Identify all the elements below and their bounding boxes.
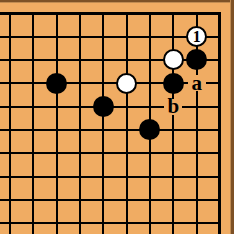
image-right-border (230, 0, 234, 234)
black-stone-r16 (163, 73, 184, 94)
white-stone-r17 (163, 49, 184, 70)
go-diagram: ab1 (0, 0, 234, 234)
grid-horizontal-line (0, 129, 221, 131)
image-top-border (0, 0, 234, 3)
white-stone-s18: 1 (186, 26, 207, 47)
move-number: 1 (193, 28, 201, 44)
black-stone-o15 (93, 96, 114, 117)
grid-horizontal-line (0, 222, 221, 224)
black-stone-m16 (46, 73, 67, 94)
go-board: ab1 (0, 0, 234, 234)
grid-horizontal-line (0, 12, 221, 15)
grid-horizontal-line (0, 152, 221, 154)
black-stone-q14 (139, 119, 160, 140)
grid-horizontal-line (0, 176, 221, 178)
point-label-a: a (188, 75, 206, 91)
black-stone-s17 (186, 49, 207, 70)
grid-horizontal-line (0, 199, 221, 201)
point-label-b: b (164, 99, 182, 115)
white-stone-p16 (116, 73, 137, 94)
